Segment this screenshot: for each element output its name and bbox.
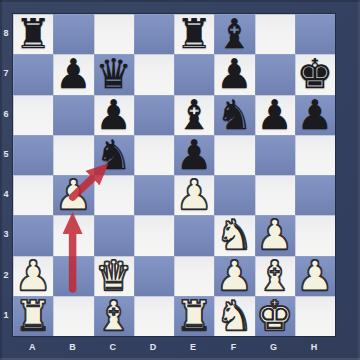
square-a1[interactable]: ♜ <box>13 296 53 336</box>
piece-white-pawn[interactable]: ♟ <box>15 256 52 296</box>
piece-black-pawn[interactable]: ♟ <box>256 95 293 135</box>
rank-label-7: 7 <box>0 53 12 93</box>
square-f1[interactable]: ♞ <box>214 296 254 336</box>
square-a7[interactable] <box>13 54 53 94</box>
square-g6[interactable]: ♟ <box>255 95 295 135</box>
square-a6[interactable] <box>13 95 53 135</box>
piece-black-pawn[interactable]: ♟ <box>176 135 213 175</box>
square-e1[interactable]: ♜ <box>174 296 214 336</box>
square-f8[interactable]: ♝ <box>214 14 254 54</box>
square-g7[interactable] <box>255 54 295 94</box>
piece-black-rook[interactable]: ♜ <box>15 14 52 54</box>
square-b6[interactable] <box>53 95 93 135</box>
rank-label-3: 3 <box>0 214 12 254</box>
square-e3[interactable] <box>174 215 214 255</box>
square-d4[interactable] <box>134 175 174 215</box>
square-e4[interactable]: ♟ <box>174 175 214 215</box>
file-label-b: B <box>52 337 92 357</box>
file-labels: ABCDEFGH <box>12 337 334 357</box>
square-d6[interactable] <box>134 95 174 135</box>
rank-label-8: 8 <box>0 13 12 53</box>
square-e7[interactable] <box>174 54 214 94</box>
file-label-h: H <box>294 337 334 357</box>
square-a3[interactable] <box>13 215 53 255</box>
piece-black-pawn[interactable]: ♟ <box>55 54 92 94</box>
piece-black-king[interactable]: ♚ <box>296 54 333 94</box>
rank-label-1: 1 <box>0 295 12 335</box>
square-c3[interactable] <box>94 215 134 255</box>
square-g8[interactable] <box>255 14 295 54</box>
square-a8[interactable]: ♜ <box>13 14 53 54</box>
square-e5[interactable]: ♟ <box>174 135 214 175</box>
piece-white-pawn[interactable]: ♟ <box>296 256 333 296</box>
square-b7[interactable]: ♟ <box>53 54 93 94</box>
file-label-f: F <box>213 337 253 357</box>
square-h1[interactable] <box>295 296 335 336</box>
square-h5[interactable] <box>295 135 335 175</box>
square-c1[interactable]: ♝ <box>94 296 134 336</box>
file-label-d: D <box>133 337 173 357</box>
square-c6[interactable]: ♟ <box>94 95 134 135</box>
rank-label-4: 4 <box>0 174 12 214</box>
piece-white-pawn[interactable]: ♟ <box>176 175 213 215</box>
square-b4[interactable]: ♟ <box>53 175 93 215</box>
piece-white-king[interactable]: ♚ <box>256 296 293 336</box>
square-a2[interactable]: ♟ <box>13 256 53 296</box>
piece-white-rook[interactable]: ♜ <box>15 296 52 336</box>
file-label-e: E <box>173 337 213 357</box>
square-h7[interactable]: ♚ <box>295 54 335 94</box>
square-h8[interactable] <box>295 14 335 54</box>
square-e2[interactable] <box>174 256 214 296</box>
piece-white-pawn[interactable]: ♟ <box>256 215 293 255</box>
square-d7[interactable] <box>134 54 174 94</box>
piece-black-bishop[interactable]: ♝ <box>176 95 213 135</box>
square-c4[interactable] <box>94 175 134 215</box>
piece-black-bishop[interactable]: ♝ <box>216 14 253 54</box>
square-g4[interactable] <box>255 175 295 215</box>
square-b8[interactable] <box>53 14 93 54</box>
file-label-g: G <box>254 337 294 357</box>
piece-white-rook[interactable]: ♜ <box>176 296 213 336</box>
square-g1[interactable]: ♚ <box>255 296 295 336</box>
piece-black-queen[interactable]: ♛ <box>95 54 132 94</box>
piece-white-bishop[interactable]: ♝ <box>95 296 132 336</box>
piece-white-knight[interactable]: ♞ <box>216 296 253 336</box>
square-a5[interactable] <box>13 135 53 175</box>
piece-white-pawn[interactable]: ♟ <box>216 256 253 296</box>
file-label-c: C <box>93 337 133 357</box>
rank-label-5: 5 <box>0 134 12 174</box>
square-d5[interactable] <box>134 135 174 175</box>
piece-white-queen[interactable]: ♛ <box>95 256 132 296</box>
square-b5[interactable] <box>53 135 93 175</box>
square-c8[interactable] <box>94 14 134 54</box>
rank-labels: 87654321 <box>0 13 12 335</box>
piece-black-pawn[interactable]: ♟ <box>296 95 333 135</box>
piece-white-pawn[interactable]: ♟ <box>55 175 92 215</box>
file-label-a: A <box>12 337 52 357</box>
square-f6[interactable]: ♞ <box>214 95 254 135</box>
square-d2[interactable] <box>134 256 174 296</box>
square-g2[interactable]: ♝ <box>255 256 295 296</box>
chessboard-frame: ♜♜♝♟♛♟♚♟♝♞♟♟♞♟♟♟♞♟♟♛♟♝♟♜♝♜♞♚ 87654321 AB… <box>0 0 360 360</box>
square-d1[interactable] <box>134 296 174 336</box>
piece-black-knight[interactable]: ♞ <box>95 135 132 175</box>
piece-black-rook[interactable]: ♜ <box>176 14 213 54</box>
square-a4[interactable] <box>13 175 53 215</box>
square-f3[interactable]: ♞ <box>214 215 254 255</box>
square-b3[interactable] <box>53 215 93 255</box>
rank-label-2: 2 <box>0 255 12 295</box>
square-h4[interactable] <box>295 175 335 215</box>
square-g5[interactable] <box>255 135 295 175</box>
square-f4[interactable] <box>214 175 254 215</box>
square-h2[interactable]: ♟ <box>295 256 335 296</box>
piece-black-pawn[interactable]: ♟ <box>216 54 253 94</box>
square-d8[interactable] <box>134 14 174 54</box>
square-f5[interactable] <box>214 135 254 175</box>
square-f7[interactable]: ♟ <box>214 54 254 94</box>
piece-white-knight[interactable]: ♞ <box>216 215 253 255</box>
square-h3[interactable] <box>295 215 335 255</box>
square-g3[interactable]: ♟ <box>255 215 295 255</box>
square-f2[interactable]: ♟ <box>214 256 254 296</box>
piece-white-bishop[interactable]: ♝ <box>256 256 293 296</box>
square-e8[interactable]: ♜ <box>174 14 214 54</box>
square-c7[interactable]: ♛ <box>94 54 134 94</box>
chess-board: ♜♜♝♟♛♟♚♟♝♞♟♟♞♟♟♟♞♟♟♛♟♝♟♜♝♜♞♚ <box>12 13 336 337</box>
square-b1[interactable] <box>53 296 93 336</box>
rank-label-6: 6 <box>0 94 12 134</box>
square-c2[interactable]: ♛ <box>94 256 134 296</box>
square-c5[interactable]: ♞ <box>94 135 134 175</box>
square-b2[interactable] <box>53 256 93 296</box>
piece-black-knight[interactable]: ♞ <box>216 95 253 135</box>
square-h6[interactable]: ♟ <box>295 95 335 135</box>
square-d3[interactable] <box>134 215 174 255</box>
piece-black-pawn[interactable]: ♟ <box>95 95 132 135</box>
square-e6[interactable]: ♝ <box>174 95 214 135</box>
